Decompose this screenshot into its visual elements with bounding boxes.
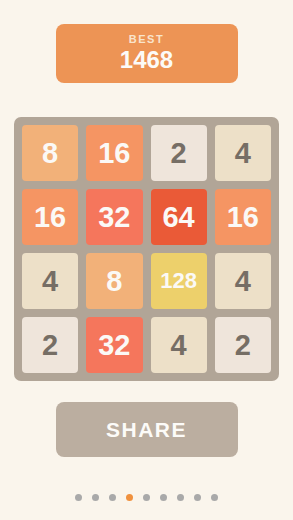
tile-r2c4: 16	[215, 189, 271, 245]
best-score-label: BEST	[129, 33, 164, 45]
tile-r1c2: 16	[86, 125, 142, 181]
tile-r3c2: 8	[86, 253, 142, 309]
tile-r2c3: 64	[151, 189, 207, 245]
tile-r3c3: 128	[151, 253, 207, 309]
page-dot-1[interactable]	[75, 494, 82, 501]
best-score-badge: BEST 1468	[56, 24, 238, 83]
page-dot-7[interactable]	[177, 494, 184, 501]
page-dot-4-active[interactable]	[126, 494, 133, 501]
tile-r4c1: 2	[22, 317, 78, 373]
page-dot-3[interactable]	[109, 494, 116, 501]
page-indicator	[0, 494, 293, 501]
tile-r4c4: 2	[215, 317, 271, 373]
tile-r4c3: 4	[151, 317, 207, 373]
best-score-value: 1468	[120, 46, 173, 74]
tile-r1c1: 8	[22, 125, 78, 181]
tile-r4c2: 32	[86, 317, 142, 373]
tile-r1c3: 2	[151, 125, 207, 181]
tile-r3c4: 4	[215, 253, 271, 309]
page-dot-8[interactable]	[194, 494, 201, 501]
board-2048[interactable]: 816241632641648128423242	[14, 117, 279, 381]
tile-r1c4: 4	[215, 125, 271, 181]
share-button-label: SHARE	[106, 418, 187, 441]
tile-r2c2: 32	[86, 189, 142, 245]
page-dot-9[interactable]	[211, 494, 218, 501]
tile-r3c1: 4	[22, 253, 78, 309]
tile-r2c1: 16	[22, 189, 78, 245]
page-dot-5[interactable]	[143, 494, 150, 501]
page-dot-2[interactable]	[92, 494, 99, 501]
page-dot-6[interactable]	[160, 494, 167, 501]
share-button[interactable]: SHARE	[56, 402, 238, 457]
